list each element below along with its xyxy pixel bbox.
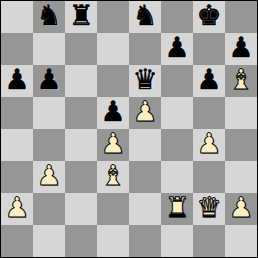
square-e2[interactable] — [129, 193, 161, 225]
square-h8[interactable] — [225, 1, 257, 33]
square-f8[interactable] — [161, 1, 193, 33]
chess-board-frame: ♞♜♞♚♟♟♟♟♛♟♝♟♟♟♟♟♝♟♜♛♟ — [0, 0, 258, 258]
white-pawn-piece[interactable]: ♟ — [36, 161, 61, 192]
square-f6[interactable] — [161, 65, 193, 97]
black-knight-piece[interactable]: ♞ — [132, 1, 157, 32]
square-b8[interactable]: ♞ — [33, 1, 65, 33]
square-b4[interactable] — [33, 129, 65, 161]
square-b7[interactable] — [33, 33, 65, 65]
square-c2[interactable] — [65, 193, 97, 225]
square-e8[interactable]: ♞ — [129, 1, 161, 33]
square-d8[interactable] — [97, 1, 129, 33]
square-f3[interactable] — [161, 161, 193, 193]
square-c8[interactable]: ♜ — [65, 1, 97, 33]
white-bishop-piece[interactable]: ♝ — [228, 65, 253, 96]
black-pawn-piece[interactable]: ♟ — [196, 65, 221, 96]
square-c5[interactable] — [65, 97, 97, 129]
square-a3[interactable] — [1, 161, 33, 193]
square-f7[interactable]: ♟ — [161, 33, 193, 65]
square-h7[interactable]: ♟ — [225, 33, 257, 65]
square-e7[interactable] — [129, 33, 161, 65]
square-h4[interactable] — [225, 129, 257, 161]
black-pawn-piece[interactable]: ♟ — [100, 97, 125, 128]
square-h6[interactable]: ♝ — [225, 65, 257, 97]
square-a6[interactable]: ♟ — [1, 65, 33, 97]
square-h2[interactable]: ♟ — [225, 193, 257, 225]
square-h3[interactable] — [225, 161, 257, 193]
square-c4[interactable] — [65, 129, 97, 161]
square-g4[interactable]: ♟ — [193, 129, 225, 161]
square-e1[interactable] — [129, 225, 161, 257]
square-f2[interactable]: ♜ — [161, 193, 193, 225]
black-knight-piece[interactable]: ♞ — [36, 1, 61, 32]
square-g3[interactable] — [193, 161, 225, 193]
square-d5[interactable]: ♟ — [97, 97, 129, 129]
square-a4[interactable] — [1, 129, 33, 161]
white-pawn-piece[interactable]: ♟ — [196, 129, 221, 160]
square-a2[interactable]: ♟ — [1, 193, 33, 225]
square-a7[interactable] — [1, 33, 33, 65]
square-g6[interactable]: ♟ — [193, 65, 225, 97]
white-pawn-piece[interactable]: ♟ — [100, 129, 125, 160]
square-e4[interactable] — [129, 129, 161, 161]
square-g1[interactable] — [193, 225, 225, 257]
square-h1[interactable] — [225, 225, 257, 257]
square-a5[interactable] — [1, 97, 33, 129]
square-d7[interactable] — [97, 33, 129, 65]
white-rook-piece[interactable]: ♜ — [164, 193, 189, 224]
square-g2[interactable]: ♛ — [193, 193, 225, 225]
square-d4[interactable]: ♟ — [97, 129, 129, 161]
square-a1[interactable] — [1, 225, 33, 257]
square-d2[interactable] — [97, 193, 129, 225]
white-pawn-piece[interactable]: ♟ — [228, 193, 253, 224]
square-d3[interactable]: ♝ — [97, 161, 129, 193]
square-f4[interactable] — [161, 129, 193, 161]
square-e6[interactable]: ♛ — [129, 65, 161, 97]
square-a8[interactable] — [1, 1, 33, 33]
square-h5[interactable] — [225, 97, 257, 129]
chess-board: ♞♜♞♚♟♟♟♟♛♟♝♟♟♟♟♟♝♟♜♛♟ — [1, 1, 257, 257]
black-queen-piece[interactable]: ♛ — [132, 65, 157, 96]
square-f5[interactable] — [161, 97, 193, 129]
black-pawn-piece[interactable]: ♟ — [164, 33, 189, 64]
white-pawn-piece[interactable]: ♟ — [132, 97, 157, 128]
square-b2[interactable] — [33, 193, 65, 225]
square-d6[interactable] — [97, 65, 129, 97]
square-b3[interactable]: ♟ — [33, 161, 65, 193]
black-rook-piece[interactable]: ♜ — [68, 1, 93, 32]
square-c7[interactable] — [65, 33, 97, 65]
black-king-piece[interactable]: ♚ — [196, 1, 221, 32]
black-pawn-piece[interactable]: ♟ — [36, 65, 61, 96]
white-bishop-piece[interactable]: ♝ — [100, 161, 125, 192]
square-f1[interactable] — [161, 225, 193, 257]
square-d1[interactable] — [97, 225, 129, 257]
square-b5[interactable] — [33, 97, 65, 129]
black-pawn-piece[interactable]: ♟ — [4, 65, 29, 96]
square-b6[interactable]: ♟ — [33, 65, 65, 97]
white-queen-piece[interactable]: ♛ — [196, 193, 221, 224]
square-g5[interactable] — [193, 97, 225, 129]
square-g8[interactable]: ♚ — [193, 1, 225, 33]
square-g7[interactable] — [193, 33, 225, 65]
square-e5[interactable]: ♟ — [129, 97, 161, 129]
square-b1[interactable] — [33, 225, 65, 257]
square-c1[interactable] — [65, 225, 97, 257]
square-c6[interactable] — [65, 65, 97, 97]
black-pawn-piece[interactable]: ♟ — [228, 33, 253, 64]
white-pawn-piece[interactable]: ♟ — [4, 193, 29, 224]
square-e3[interactable] — [129, 161, 161, 193]
square-c3[interactable] — [65, 161, 97, 193]
